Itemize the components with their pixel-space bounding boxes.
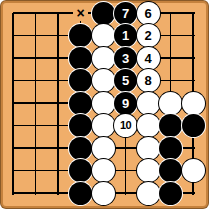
stone-black xyxy=(69,69,92,92)
stone-white xyxy=(137,182,160,205)
stone-move-number: 8 xyxy=(144,74,151,87)
stone-black xyxy=(159,114,182,137)
stone-white-move-2: 2 xyxy=(137,24,160,47)
x-mark: × xyxy=(73,6,88,21)
stone-white xyxy=(159,92,182,115)
stone-black xyxy=(69,182,92,205)
stone-white-move-4: 4 xyxy=(137,47,160,70)
stone-black xyxy=(92,2,115,25)
stone-white xyxy=(137,114,160,137)
stone-white xyxy=(92,24,115,47)
stone-black xyxy=(69,159,92,182)
stone-white xyxy=(92,47,115,70)
stone-white xyxy=(137,159,160,182)
grid-line-vertical xyxy=(12,13,14,195)
stone-white xyxy=(92,114,115,137)
stone-move-number: 2 xyxy=(144,29,151,42)
stone-white xyxy=(92,159,115,182)
stone-white xyxy=(92,137,115,160)
stone-white-move-8: 8 xyxy=(137,69,160,92)
stone-move-number: 10 xyxy=(120,120,131,131)
stone-move-number: 1 xyxy=(122,29,129,42)
stone-white xyxy=(92,182,115,205)
stone-black-move-3: 3 xyxy=(114,47,137,70)
stone-black xyxy=(69,47,92,70)
go-diagram: ×76123458910 xyxy=(0,0,211,211)
stone-black xyxy=(69,114,92,137)
stone-black xyxy=(69,137,92,160)
stone-black xyxy=(69,24,92,47)
stone-black xyxy=(159,182,182,205)
stone-move-number: 5 xyxy=(122,74,129,87)
stone-move-number: 3 xyxy=(122,52,129,65)
stone-black xyxy=(182,114,205,137)
grid-line-vertical xyxy=(57,13,59,195)
stone-white xyxy=(182,159,205,182)
stone-black-move-7: 7 xyxy=(114,2,137,25)
stone-move-number: 7 xyxy=(122,7,129,20)
stone-move-number: 9 xyxy=(122,97,129,110)
stone-black xyxy=(159,137,182,160)
stone-white-move-10: 10 xyxy=(114,114,137,137)
stone-black xyxy=(69,92,92,115)
stone-move-number: 6 xyxy=(144,7,151,20)
stone-black-move-9: 9 xyxy=(114,92,137,115)
stone-white xyxy=(182,92,205,115)
grid-line-vertical xyxy=(35,13,37,195)
stone-white xyxy=(137,92,160,115)
stone-black-move-1: 1 xyxy=(114,24,137,47)
stone-white xyxy=(92,69,115,92)
go-board: ×76123458910 xyxy=(1,1,208,208)
stone-black xyxy=(159,159,182,182)
stone-white xyxy=(92,92,115,115)
stone-white-move-6: 6 xyxy=(137,2,160,25)
stone-black-move-5: 5 xyxy=(114,69,137,92)
stone-move-number: 4 xyxy=(144,52,151,65)
stone-white xyxy=(137,137,160,160)
